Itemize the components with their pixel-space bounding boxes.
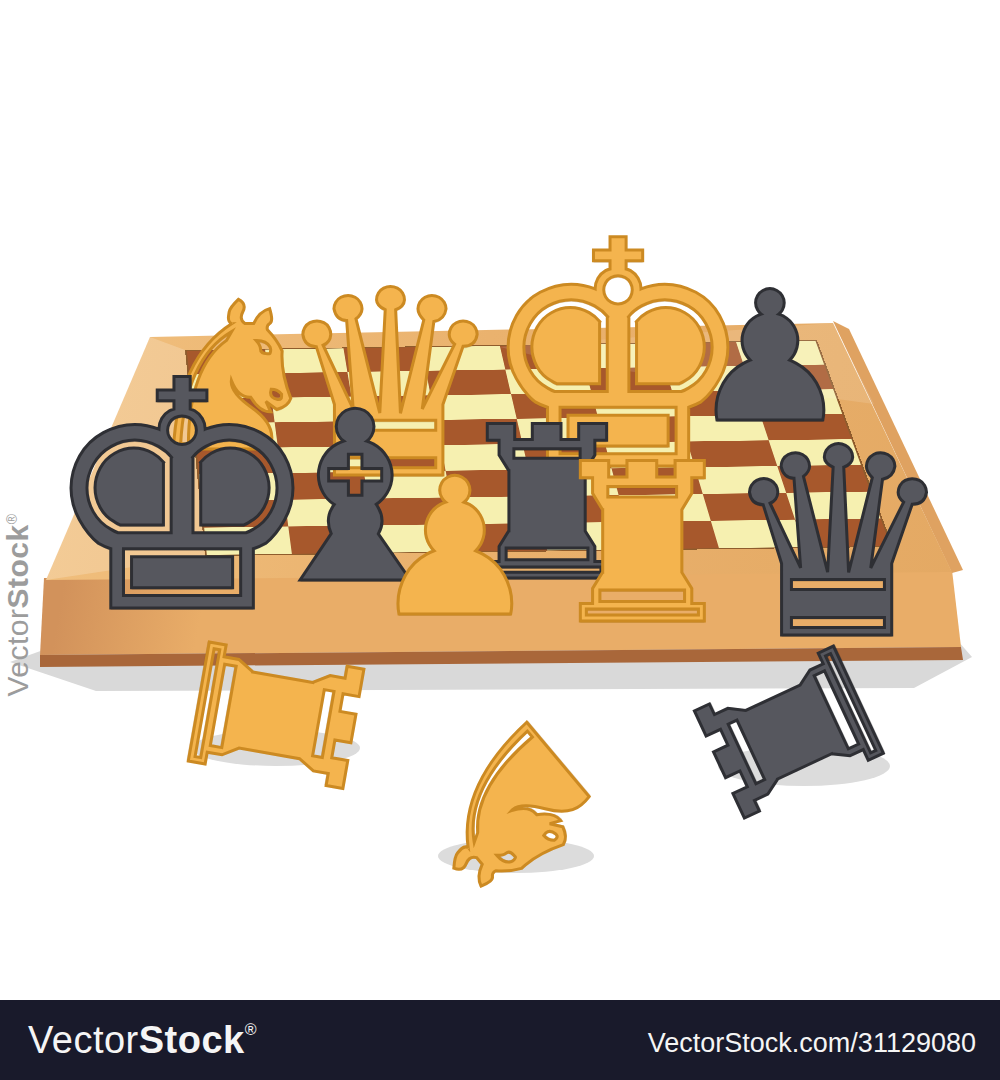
vectorstock-logo: VectorStock® xyxy=(28,1019,257,1062)
fallen-white-knight: ♞ xyxy=(366,668,655,957)
illustration-canvas: ♞♛♚♟♜♚♝♜♟♛ ♜♞♜ VectorStock® VectorStock®… xyxy=(0,0,1000,1080)
watermark-left-vertical: VectorStock® xyxy=(1,505,35,705)
image-reference-text: VectorStock.com/31129080 xyxy=(648,1028,976,1059)
watermark-left-text: VectorStock® xyxy=(1,513,34,696)
footer-watermark-bar: VectorStock® VectorStock.com/31129080 xyxy=(0,1000,1000,1080)
